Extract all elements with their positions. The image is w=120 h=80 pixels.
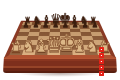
watermark-mark: • xyxy=(99,47,104,52)
watermark-mark: • xyxy=(99,59,104,64)
chess-set-photo: ♜♞♝♛♚♝♞♜♟♟♟♟♟♟♟♟♟♟♟♟♟♟♟♟♜♞♝♛♚♝♞♜ ••••• xyxy=(0,0,120,80)
watermark-mark: • xyxy=(99,65,104,70)
chess-board xyxy=(9,22,111,55)
square xyxy=(35,50,48,55)
watermark-mark: • xyxy=(99,53,104,58)
square xyxy=(72,50,85,55)
square xyxy=(47,50,60,55)
watermark: ••••• xyxy=(99,47,104,76)
square xyxy=(60,50,73,55)
watermark-mark: • xyxy=(99,71,104,76)
